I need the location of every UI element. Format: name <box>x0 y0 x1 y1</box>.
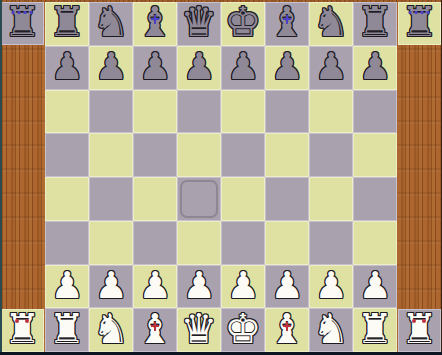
square-c5[interactable] <box>133 133 177 177</box>
black-bishop-piece[interactable]: ♝ <box>137 2 174 43</box>
square-g2[interactable]: ♟ <box>309 265 353 309</box>
square-c6[interactable] <box>133 90 177 134</box>
square-g7[interactable]: ♟ <box>309 46 353 90</box>
corner-square-bl[interactable]: ♜ <box>1 309 44 352</box>
square-e4[interactable] <box>221 177 265 221</box>
square-e7[interactable]: ♟ <box>221 46 265 90</box>
white-rook-piece[interactable]: ♜ <box>49 309 86 350</box>
corner-square-br[interactable]: ♜ <box>398 309 441 352</box>
square-c3[interactable] <box>133 221 177 265</box>
square-h6[interactable] <box>353 90 397 134</box>
square-c2[interactable]: ♟ <box>133 265 177 309</box>
square-d1[interactable]: ♛ <box>177 308 221 352</box>
black-knight-piece[interactable]: ♞ <box>313 2 350 43</box>
square-a4[interactable] <box>45 177 89 221</box>
fairy-blue-dots-accent <box>409 11 430 14</box>
square-b1[interactable]: ♞ <box>89 308 133 352</box>
white-pawn-piece[interactable]: ♟ <box>94 267 127 304</box>
square-d2[interactable]: ♟ <box>177 265 221 309</box>
square-e1[interactable]: ♚ <box>221 308 265 352</box>
white-inverted-rook-fairy-piece[interactable]: ♜ <box>401 309 438 350</box>
square-b2[interactable]: ♟ <box>89 265 133 309</box>
square-d4[interactable] <box>177 177 221 221</box>
chess-board: ♜♞♝♛♚♝♞♜♟♟♟♟♟♟♟♟♟♟♟♟♟♟♟♟♜♞♝♛♚♝♞♜ <box>45 2 397 352</box>
white-pawn-piece[interactable]: ♟ <box>138 267 171 304</box>
square-f5[interactable] <box>265 133 309 177</box>
square-e3[interactable] <box>221 221 265 265</box>
black-queen-piece[interactable]: ♛ <box>181 2 218 43</box>
square-a6[interactable] <box>45 90 89 134</box>
white-bishop-piece[interactable]: ♝ <box>137 309 174 350</box>
square-a2[interactable]: ♟ <box>45 265 89 309</box>
square-g3[interactable] <box>309 221 353 265</box>
fairy-red-eyes-accent <box>412 319 426 323</box>
window-left-edge <box>0 0 2 355</box>
black-knight-piece[interactable]: ♞ <box>93 2 130 43</box>
white-pawn-piece[interactable]: ♟ <box>270 267 303 304</box>
square-c1[interactable]: ♝ <box>133 308 177 352</box>
white-inverted-rook-fairy-piece[interactable]: ♜ <box>4 309 41 350</box>
white-queen-piece[interactable]: ♛ <box>181 309 218 350</box>
square-e6[interactable] <box>221 90 265 134</box>
white-knight-piece[interactable]: ♞ <box>313 309 350 350</box>
square-f4[interactable] <box>265 177 309 221</box>
square-b6[interactable] <box>89 90 133 134</box>
black-pawn-piece[interactable]: ♟ <box>182 48 215 85</box>
square-g4[interactable] <box>309 177 353 221</box>
black-pawn-piece[interactable]: ♟ <box>138 48 171 85</box>
square-e2[interactable]: ♟ <box>221 265 265 309</box>
black-rook-piece[interactable]: ♜ <box>49 2 86 43</box>
white-pawn-piece[interactable]: ♟ <box>182 267 215 304</box>
square-h8[interactable]: ♜ <box>353 2 397 46</box>
black-inverted-rook-fairy-piece[interactable]: ♜ <box>4 2 41 43</box>
square-a8[interactable]: ♜ <box>45 2 89 46</box>
square-b8[interactable]: ♞ <box>89 2 133 46</box>
white-bishop-piece[interactable]: ♝ <box>269 309 306 350</box>
white-pawn-piece[interactable]: ♟ <box>50 267 83 304</box>
chess-app-window: ♜♞♝♛♚♝♞♜♟♟♟♟♟♟♟♟♟♟♟♟♟♟♟♟♜♞♝♛♚♝♞♜ ♜♜♜♜ <box>0 0 442 355</box>
corner-square-tr[interactable]: ♜ <box>398 2 441 45</box>
square-c7[interactable]: ♟ <box>133 46 177 90</box>
square-d8[interactable]: ♛ <box>177 2 221 46</box>
square-f8[interactable]: ♝ <box>265 2 309 46</box>
square-e5[interactable] <box>221 133 265 177</box>
black-pawn-piece[interactable]: ♟ <box>270 48 303 85</box>
square-b4[interactable] <box>89 177 133 221</box>
white-knight-piece[interactable]: ♞ <box>93 309 130 350</box>
square-c8[interactable]: ♝ <box>133 2 177 46</box>
white-pawn-piece[interactable]: ♟ <box>226 267 259 304</box>
corner-square-tl[interactable]: ♜ <box>1 2 44 45</box>
square-a7[interactable]: ♟ <box>45 46 89 90</box>
black-king-piece[interactable]: ♚ <box>225 2 262 43</box>
square-a1[interactable]: ♜ <box>45 308 89 352</box>
square-h7[interactable]: ♟ <box>353 46 397 90</box>
square-d6[interactable] <box>177 90 221 134</box>
black-pawn-piece[interactable]: ♟ <box>226 48 259 85</box>
square-g8[interactable]: ♞ <box>309 2 353 46</box>
white-king-piece[interactable]: ♚ <box>225 309 262 350</box>
white-bishop-cross-accent <box>286 322 288 331</box>
square-b3[interactable] <box>89 221 133 265</box>
fairy-blue-dots-accent <box>12 11 33 14</box>
white-bishop-cross-accent <box>154 322 156 331</box>
square-g1[interactable]: ♞ <box>309 308 353 352</box>
square-g5[interactable] <box>309 133 353 177</box>
square-d5[interactable] <box>177 133 221 177</box>
white-pawn-piece[interactable]: ♟ <box>358 267 391 304</box>
square-h4[interactable] <box>353 177 397 221</box>
square-g6[interactable] <box>309 90 353 134</box>
black-bishop-piece[interactable]: ♝ <box>269 2 306 43</box>
black-pawn-piece[interactable]: ♟ <box>358 48 391 85</box>
black-pawn-piece[interactable]: ♟ <box>314 48 347 85</box>
black-pawn-piece[interactable]: ♟ <box>94 48 127 85</box>
square-f6[interactable] <box>265 90 309 134</box>
square-d3[interactable] <box>177 221 221 265</box>
square-f3[interactable] <box>265 221 309 265</box>
square-h3[interactable] <box>353 221 397 265</box>
square-d7[interactable]: ♟ <box>177 46 221 90</box>
square-a3[interactable] <box>45 221 89 265</box>
fairy-red-eyes-accent <box>15 319 29 323</box>
square-e8[interactable]: ♚ <box>221 2 265 46</box>
square-h2[interactable]: ♟ <box>353 265 397 309</box>
square-h1[interactable]: ♜ <box>353 308 397 352</box>
white-pawn-piece[interactable]: ♟ <box>314 267 347 304</box>
black-rook-piece[interactable]: ♜ <box>357 2 394 43</box>
square-b7[interactable]: ♟ <box>89 46 133 90</box>
square-a5[interactable] <box>45 133 89 177</box>
square-c4[interactable] <box>133 177 177 221</box>
square-f1[interactable]: ♝ <box>265 308 309 352</box>
black-pawn-piece[interactable]: ♟ <box>50 48 83 85</box>
square-f7[interactable]: ♟ <box>265 46 309 90</box>
white-rook-piece[interactable]: ♜ <box>357 309 394 350</box>
black-inverted-rook-fairy-piece[interactable]: ♜ <box>401 2 438 43</box>
square-f2[interactable]: ♟ <box>265 265 309 309</box>
square-b5[interactable] <box>89 133 133 177</box>
black-bishop-cross-accent <box>154 15 156 24</box>
black-bishop-cross-accent <box>286 15 288 24</box>
square-h5[interactable] <box>353 133 397 177</box>
